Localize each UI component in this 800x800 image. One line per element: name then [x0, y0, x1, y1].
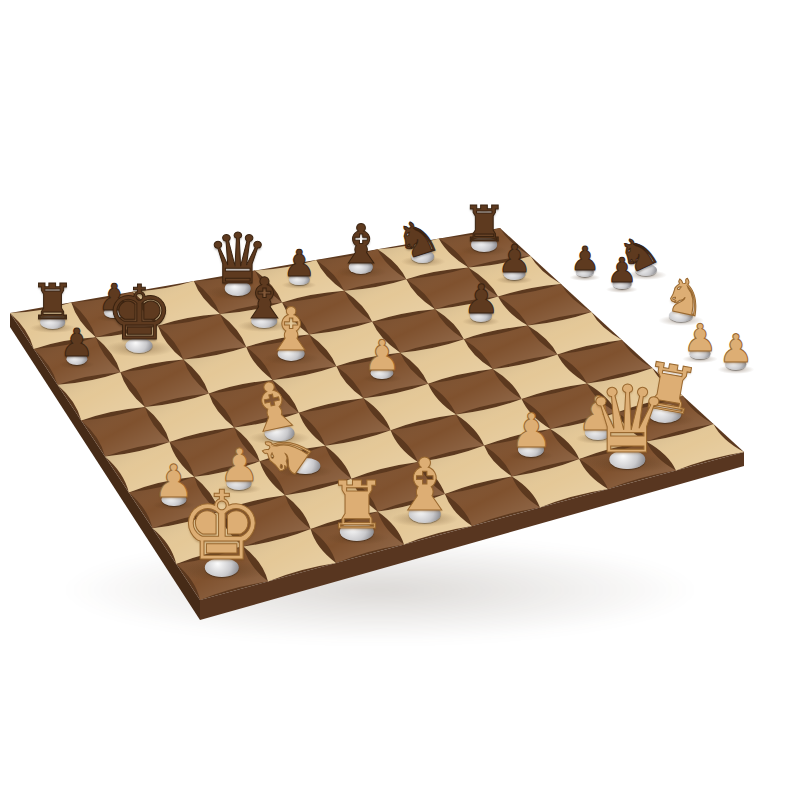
- white-pawn-glyph: ♟: [719, 329, 754, 368]
- black-pawn-glyph: ♟: [570, 242, 600, 275]
- white-pawn-glyph: ♟: [683, 319, 717, 357]
- black-knight-glyph: ♞: [389, 209, 444, 267]
- black-pawn-glyph: ♟: [463, 279, 499, 319]
- white-bishop-glyph: ♝: [265, 300, 318, 359]
- black-bishop-glyph: ♝: [337, 218, 386, 272]
- product-photo-scene: ♜♟♛♟♝♞♜♟♚♝♟♟♝♟♝♟♟♞♟♟♜♚♜♝♛♟♟♞♞♟♟: [0, 0, 800, 800]
- white-rook-glyph: ♜: [327, 473, 386, 539]
- black-pawn-glyph: ♟: [607, 253, 637, 287]
- pieces-layer: ♜♟♛♟♝♞♜♟♚♝♟♟♝♟♝♟♟♞♟♟♜♚♜♝♛♟♟♞♞♟♟: [0, 0, 800, 800]
- black-king-glyph: ♚: [106, 276, 173, 351]
- white-pawn-glyph: ♟: [363, 335, 401, 377]
- white-pawn-glyph: ♟: [510, 407, 552, 454]
- white-king-glyph: ♚: [179, 479, 265, 575]
- black-pawn-glyph: ♟: [497, 240, 532, 279]
- white-queen-glyph: ♛: [586, 374, 669, 467]
- white-bishop-glyph: ♝: [392, 449, 457, 521]
- black-pawn-glyph: ♟: [60, 324, 95, 363]
